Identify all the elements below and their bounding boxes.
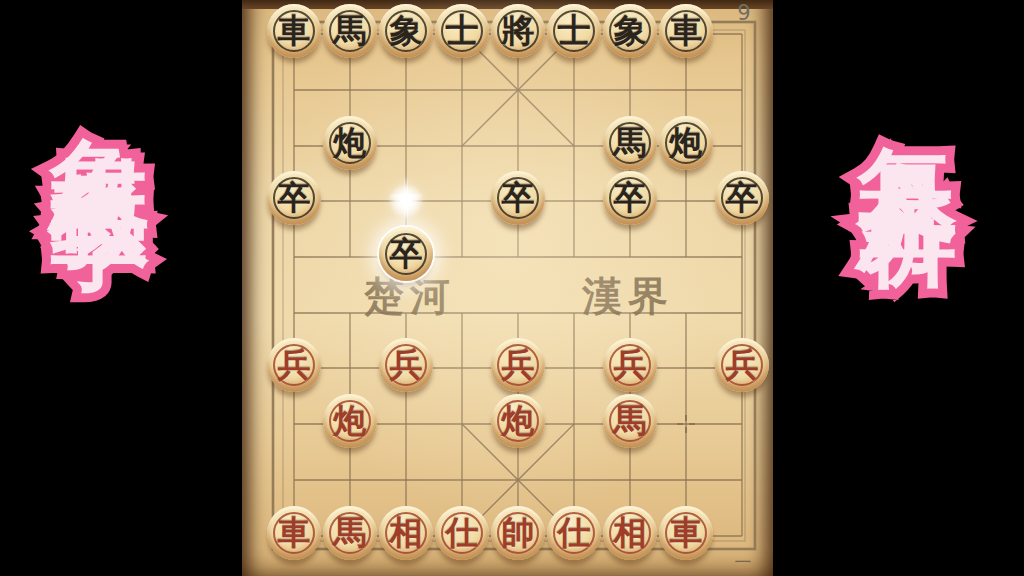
piece-red-horse[interactable]: 馬 xyxy=(603,394,657,448)
piece-black-elephant[interactable]: 象 xyxy=(379,4,433,58)
piece-black-horse[interactable]: 馬 xyxy=(323,4,377,58)
piece-black-advisor[interactable]: 士 xyxy=(435,4,489,58)
piece-glyph: 馬 xyxy=(603,116,657,170)
piece-glyph: 炮 xyxy=(323,394,377,448)
piece-glyph: 兵 xyxy=(379,338,433,392)
piece-glyph: 帥 xyxy=(491,506,545,560)
piece-glyph: 士 xyxy=(435,4,489,58)
piece-black-general[interactable]: 將 xyxy=(491,4,545,58)
piece-red-elephant[interactable]: 相 xyxy=(379,506,433,560)
file-label-black-9: 9 xyxy=(732,1,756,25)
piece-glyph: 車 xyxy=(267,4,321,58)
piece-red-pawn[interactable]: 兵 xyxy=(715,338,769,392)
piece-black-pawn[interactable]: 卒 xyxy=(603,171,657,225)
piece-black-rook[interactable]: 車 xyxy=(267,4,321,58)
piece-red-horse[interactable]: 馬 xyxy=(323,506,377,560)
piece-red-elephant[interactable]: 相 xyxy=(603,506,657,560)
piece-red-cannon[interactable]: 炮 xyxy=(491,394,545,448)
piece-glyph: 卒 xyxy=(603,171,657,225)
piece-red-advisor[interactable]: 仕 xyxy=(435,506,489,560)
move-origin-sparkle-icon xyxy=(386,181,426,221)
file-label-red-one: 一 xyxy=(729,551,757,574)
piece-glyph: 馬 xyxy=(603,394,657,448)
piece-red-pawn[interactable]: 兵 xyxy=(491,338,545,392)
piece-glyph: 相 xyxy=(379,506,433,560)
piece-glyph: 兵 xyxy=(603,338,657,392)
piece-glyph: 馬 xyxy=(323,4,377,58)
piece-glyph: 兵 xyxy=(715,338,769,392)
piece-black-pawn[interactable]: 卒 xyxy=(379,227,433,281)
piece-red-rook[interactable]: 車 xyxy=(659,506,713,560)
piece-red-cannon[interactable]: 炮 xyxy=(323,394,377,448)
piece-glyph: 卒 xyxy=(379,227,433,281)
piece-glyph: 炮 xyxy=(659,116,713,170)
piece-red-pawn[interactable]: 兵 xyxy=(379,338,433,392)
piece-black-advisor[interactable]: 士 xyxy=(547,4,601,58)
piece-black-pawn[interactable]: 卒 xyxy=(715,171,769,225)
board-grid xyxy=(242,0,773,576)
piece-glyph: 炮 xyxy=(491,394,545,448)
xiangqi-board[interactable]: 楚河 漢界 9 一 車馬象士將士象車炮馬炮卒卒卒卒卒兵兵兵兵兵炮炮馬車馬相仕帥仕… xyxy=(242,0,773,576)
river-label-hanjie: 漢界 xyxy=(578,274,678,318)
piece-glyph: 卒 xyxy=(715,171,769,225)
piece-glyph: 仕 xyxy=(435,506,489,560)
piece-glyph: 將 xyxy=(491,4,545,58)
piece-black-horse[interactable]: 馬 xyxy=(603,116,657,170)
piece-glyph: 仕 xyxy=(547,506,601,560)
piece-glyph: 卒 xyxy=(267,171,321,225)
piece-glyph: 象 xyxy=(379,4,433,58)
piece-black-elephant[interactable]: 象 xyxy=(603,4,657,58)
piece-glyph: 馬 xyxy=(323,506,377,560)
piece-black-rook[interactable]: 車 xyxy=(659,4,713,58)
right-banner-text: 复盘分析 xyxy=(858,66,958,126)
left-banner-text: 象棋教学 xyxy=(50,56,150,132)
video-frame: 象棋教学 象棋教学 复盘分析 复盘分析 xyxy=(0,0,1024,576)
piece-glyph: 卒 xyxy=(491,171,545,225)
piece-red-rook[interactable]: 車 xyxy=(267,506,321,560)
piece-black-pawn[interactable]: 卒 xyxy=(491,171,545,225)
piece-red-pawn[interactable]: 兵 xyxy=(603,338,657,392)
piece-glyph: 象 xyxy=(603,4,657,58)
piece-red-pawn[interactable]: 兵 xyxy=(267,338,321,392)
piece-black-cannon[interactable]: 炮 xyxy=(323,116,377,170)
piece-glyph: 士 xyxy=(547,4,601,58)
piece-black-cannon[interactable]: 炮 xyxy=(659,116,713,170)
piece-glyph: 炮 xyxy=(323,116,377,170)
piece-red-general[interactable]: 帥 xyxy=(491,506,545,560)
piece-glyph: 車 xyxy=(659,4,713,58)
piece-glyph: 兵 xyxy=(491,338,545,392)
piece-glyph: 兵 xyxy=(267,338,321,392)
piece-glyph: 車 xyxy=(267,506,321,560)
piece-red-advisor[interactable]: 仕 xyxy=(547,506,601,560)
piece-black-pawn[interactable]: 卒 xyxy=(267,171,321,225)
piece-glyph: 車 xyxy=(659,506,713,560)
piece-glyph: 相 xyxy=(603,506,657,560)
right-banner: 复盘分析 复盘分析 xyxy=(858,66,1024,576)
